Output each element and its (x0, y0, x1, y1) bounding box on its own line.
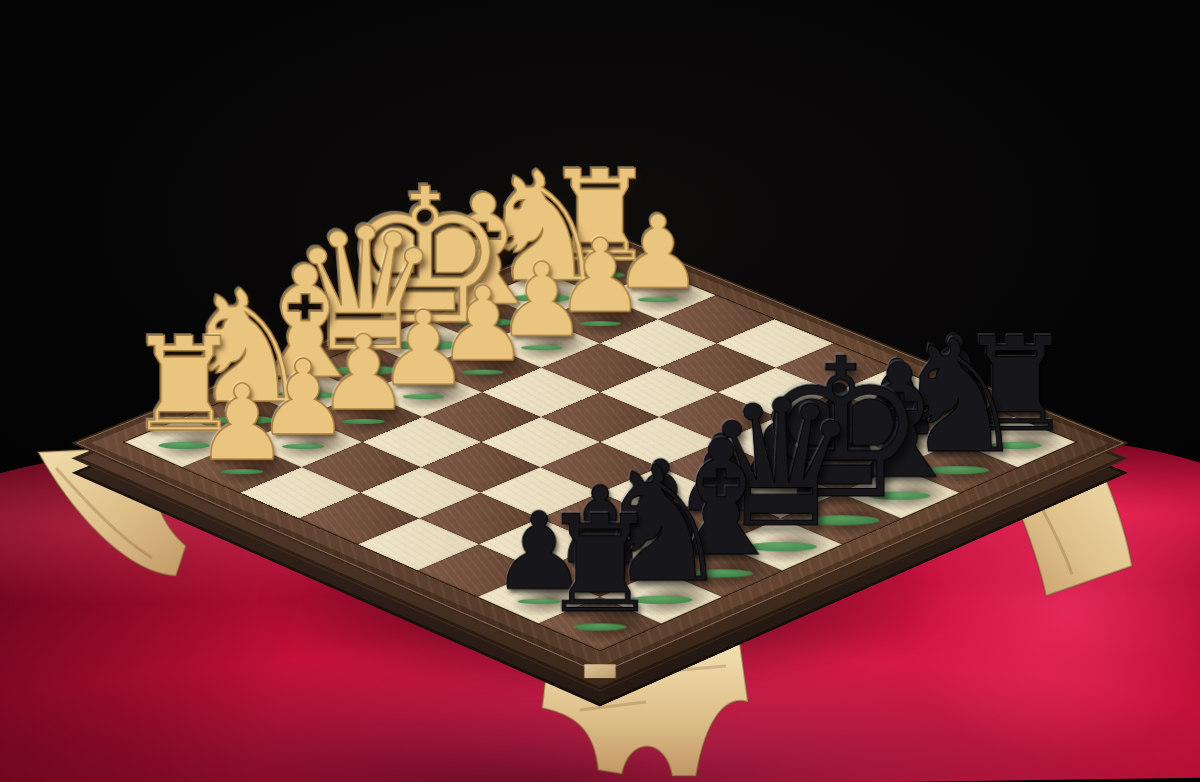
maple-corner-spline (584, 664, 615, 678)
black-rook-glyph: ♜ (486, 497, 713, 631)
white-pawn-glyph: ♟ (132, 371, 353, 475)
photo-stage: ♜♞♝♛♚♝♞♜♟♟♟♟♟♟♟♟♟♟♟♟♟♟♟♟♜♞♝♛♚♝♞♜ (0, 0, 1200, 782)
